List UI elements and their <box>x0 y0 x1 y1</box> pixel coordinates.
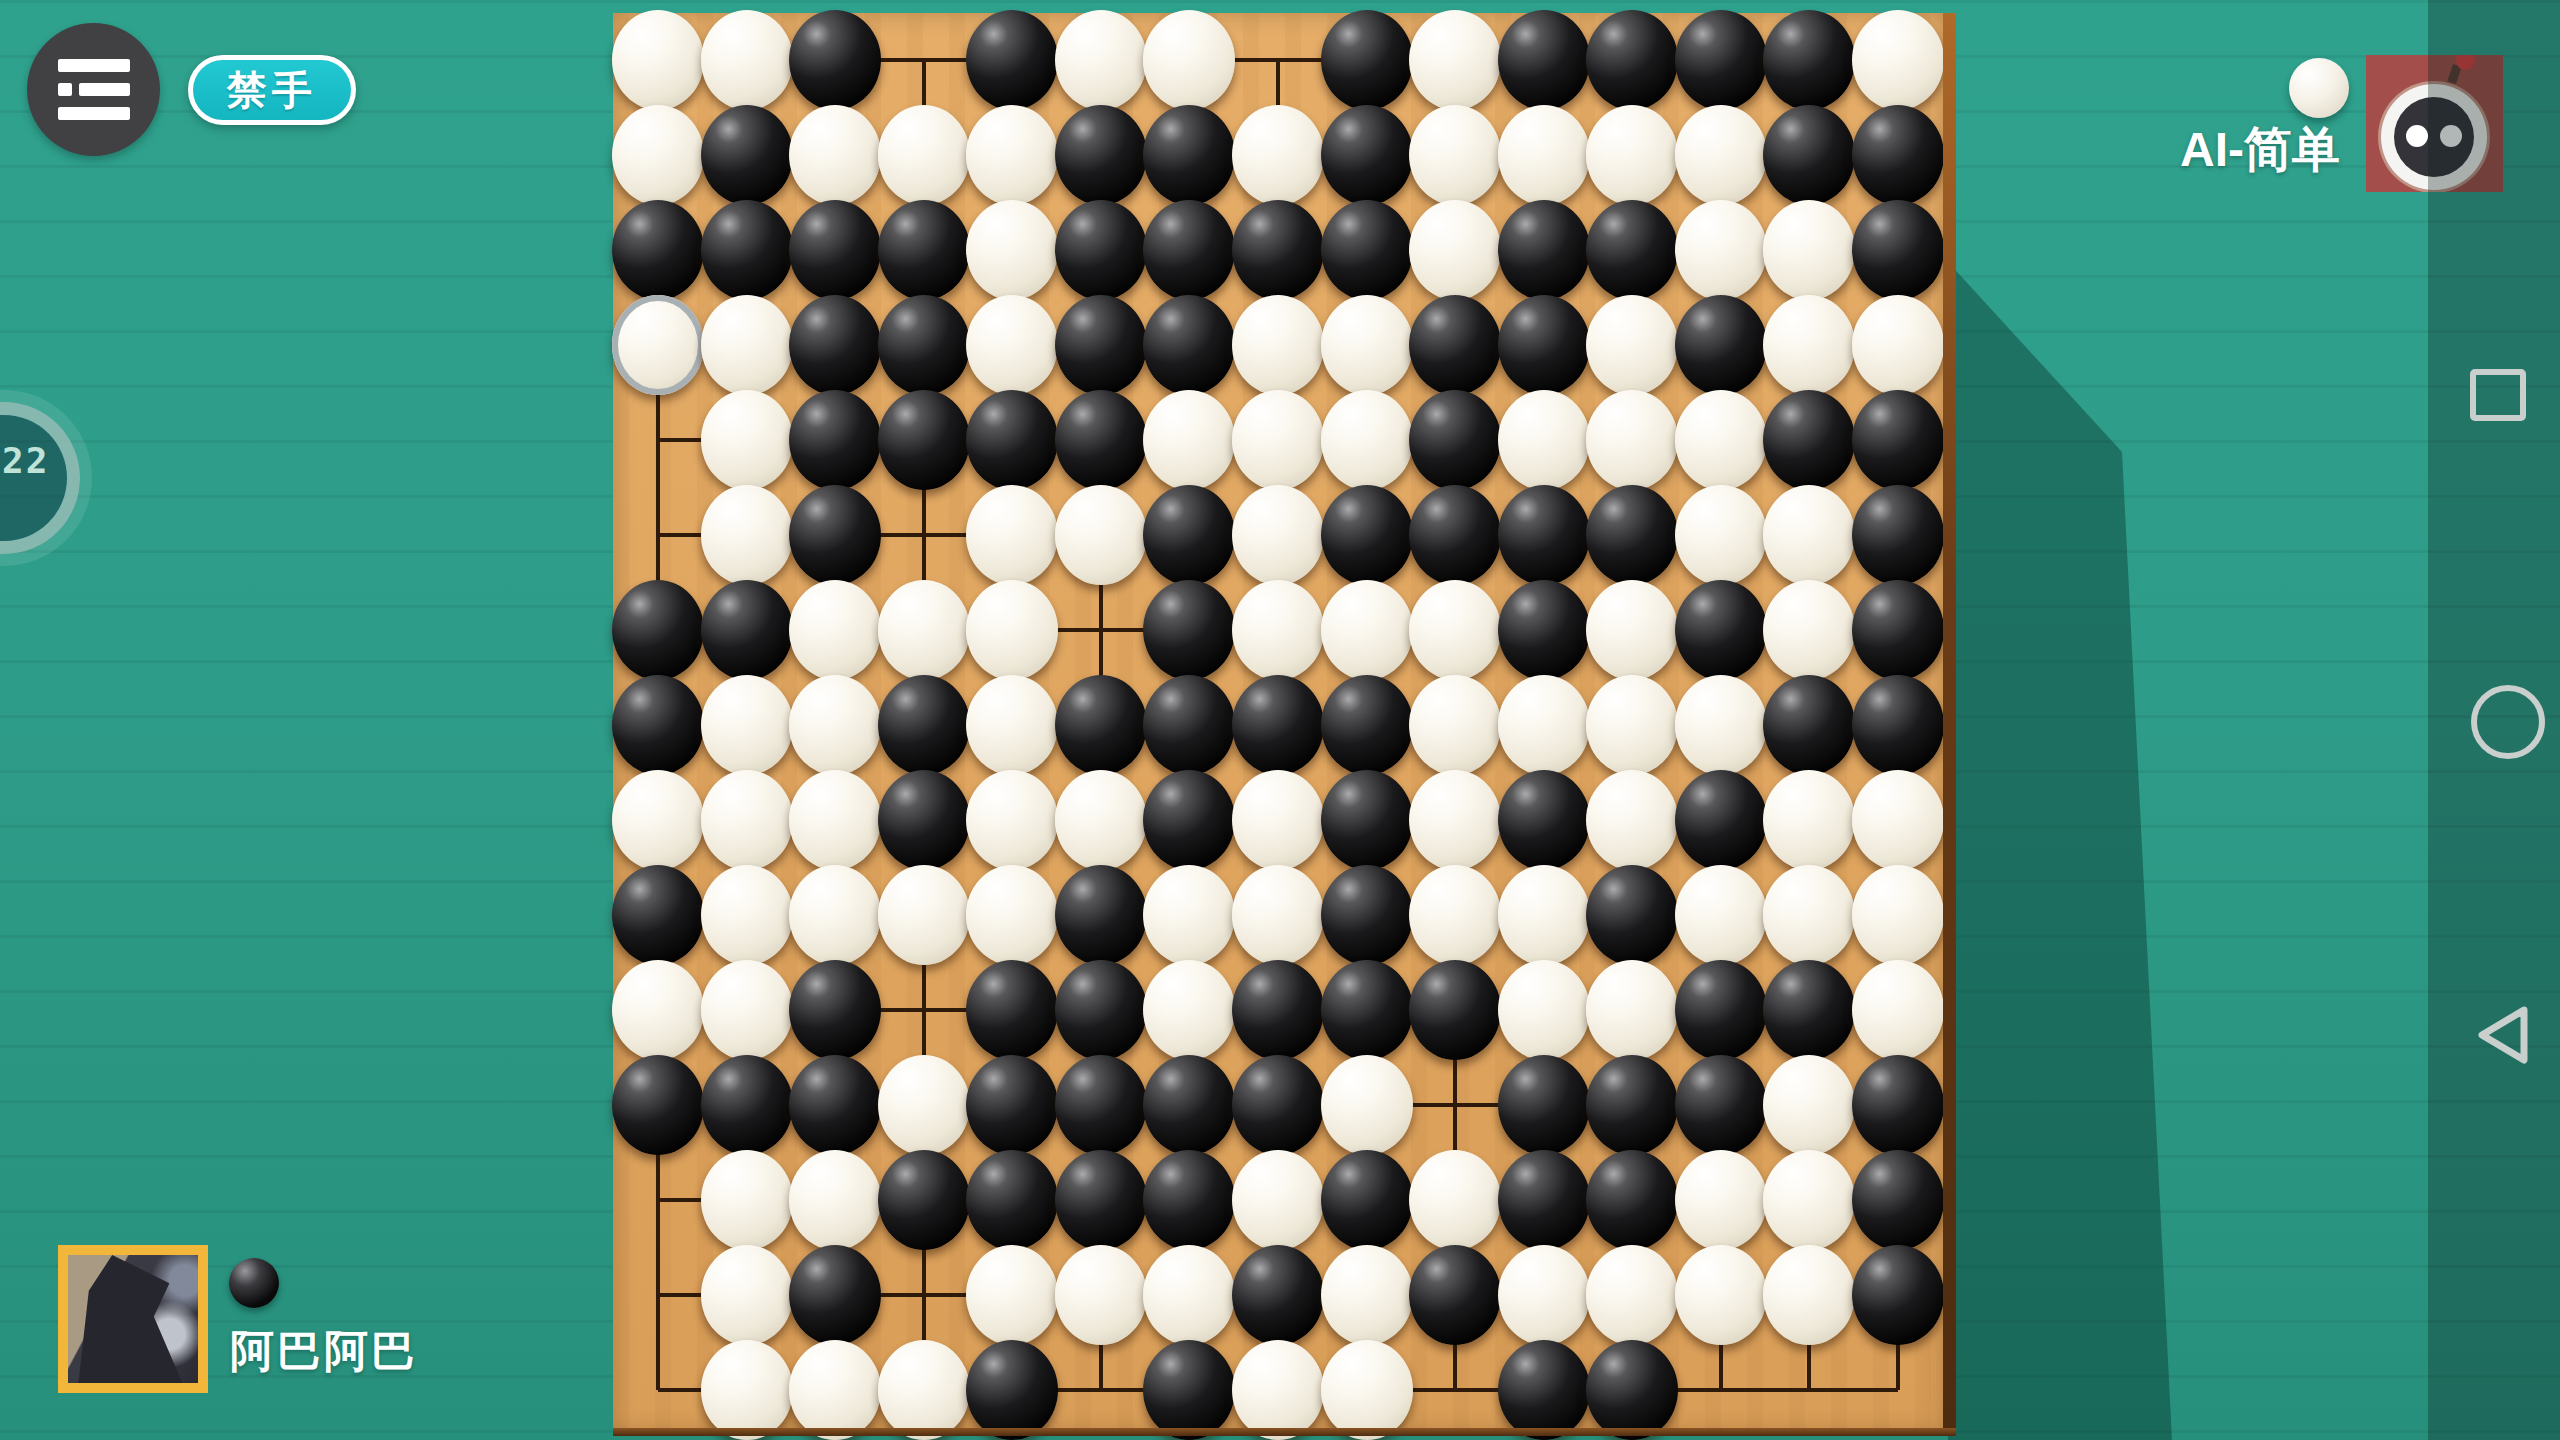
white-stone-r15c4 <box>878 1340 970 1440</box>
white-stone-r12c14 <box>1763 1055 1855 1155</box>
white-stone-r9c1 <box>612 770 704 870</box>
black-stone-r13c11 <box>1498 1150 1590 1250</box>
white-stone-r4c15 <box>1852 295 1944 395</box>
white-stone-r14c13 <box>1675 1245 1767 1345</box>
white-stone-r7c8 <box>1232 580 1324 680</box>
white-stone-r9c10 <box>1409 770 1501 870</box>
forbidden-move-rule-badge[interactable]: 禁手 <box>188 55 356 125</box>
white-stone-r6c8 <box>1232 485 1324 585</box>
black-stone-r5c15 <box>1852 390 1944 490</box>
white-stone-r7c3 <box>789 580 881 680</box>
black-stone-r13c4 <box>878 1150 970 1250</box>
white-stone-r2c8 <box>1232 105 1324 205</box>
white-stone-r12c4 <box>878 1055 970 1155</box>
android-nav-bar <box>2428 0 2560 1440</box>
white-stone-r15c3 <box>789 1340 881 1440</box>
white-stone-r13c8 <box>1232 1150 1324 1250</box>
black-stone-r5c10 <box>1409 390 1501 490</box>
player-stone-color-icon <box>229 1258 279 1308</box>
white-stone-r13c2 <box>701 1150 793 1250</box>
black-stone-r12c15 <box>1852 1055 1944 1155</box>
black-stone-r15c5 <box>966 1340 1058 1440</box>
black-stone-r12c12 <box>1586 1055 1678 1155</box>
white-stone-r1c1 <box>612 10 704 110</box>
white-stone-r7c4 <box>878 580 970 680</box>
white-stone-r1c2 <box>701 10 793 110</box>
white-stone-r8c10 <box>1409 675 1501 775</box>
white-stone-r7c9 <box>1321 580 1413 680</box>
white-stone-r11c11 <box>1498 960 1590 1060</box>
black-stone-r10c9 <box>1321 865 1413 965</box>
black-stone-r12c7 <box>1143 1055 1235 1155</box>
white-stone-r4c12 <box>1586 295 1678 395</box>
white-stone-r14c12 <box>1586 1245 1678 1345</box>
black-stone-r1c12 <box>1586 10 1678 110</box>
white-stone-r4c14 <box>1763 295 1855 395</box>
black-stone-r12c1 <box>612 1055 704 1155</box>
white-stone-r5c7 <box>1143 390 1235 490</box>
white-stone-r2c1 <box>612 105 704 205</box>
white-stone-r10c10 <box>1409 865 1501 965</box>
white-stone-r2c12 <box>1586 105 1678 205</box>
game-screen: 禁手 22 AI-简单 阿巴阿巴 <box>0 0 2560 1440</box>
black-stone-r5c5 <box>966 390 1058 490</box>
home-circle-icon[interactable] <box>2471 685 2545 759</box>
black-stone-r10c12 <box>1586 865 1678 965</box>
white-stone-r12c9 <box>1321 1055 1413 1155</box>
black-stone-r14c15 <box>1852 1245 1944 1345</box>
black-stone-r12c5 <box>966 1055 1058 1155</box>
board-side-edge <box>1943 13 1956 1432</box>
back-triangle-icon[interactable] <box>2468 1003 2538 1071</box>
black-stone-r5c4 <box>878 390 970 490</box>
white-stone-r10c8 <box>1232 865 1324 965</box>
black-stone-r12c2 <box>701 1055 793 1155</box>
white-stone-r8c13 <box>1675 675 1767 775</box>
white-stone-r2c11 <box>1498 105 1590 205</box>
white-stone-r5c13 <box>1675 390 1767 490</box>
black-stone-r3c12 <box>1586 200 1678 300</box>
black-stone-r6c11 <box>1498 485 1590 585</box>
white-stone-r15c2 <box>701 1340 793 1440</box>
white-stone-r3c5 <box>966 200 1058 300</box>
black-stone-r13c7 <box>1143 1150 1235 1250</box>
black-stone-r9c7 <box>1143 770 1235 870</box>
black-stone-r3c2 <box>701 200 793 300</box>
black-stone-r11c14 <box>1763 960 1855 1060</box>
black-stone-r3c3 <box>789 200 881 300</box>
white-stone-r9c6 <box>1055 770 1147 870</box>
white-stone-r10c13 <box>1675 865 1767 965</box>
white-stone-r9c12 <box>1586 770 1678 870</box>
black-stone-r3c4 <box>878 200 970 300</box>
black-stone-r6c15 <box>1852 485 1944 585</box>
black-stone-r4c13 <box>1675 295 1767 395</box>
white-stone-r14c2 <box>701 1245 793 1345</box>
black-stone-r13c6 <box>1055 1150 1147 1250</box>
white-stone-r3c13 <box>1675 200 1767 300</box>
black-stone-r4c6 <box>1055 295 1147 395</box>
black-stone-r5c14 <box>1763 390 1855 490</box>
black-stone-r15c7 <box>1143 1340 1235 1440</box>
black-stone-r6c9 <box>1321 485 1413 585</box>
white-stone-r3c10 <box>1409 200 1501 300</box>
white-stone-r4c1 <box>612 295 704 395</box>
white-stone-r11c1 <box>612 960 704 1060</box>
timer-value: 22 <box>2 440 46 481</box>
black-stone-r4c11 <box>1498 295 1590 395</box>
black-stone-r6c12 <box>1586 485 1678 585</box>
white-stone-r10c11 <box>1498 865 1590 965</box>
white-stone-r9c15 <box>1852 770 1944 870</box>
black-stone-r13c5 <box>966 1150 1058 1250</box>
white-stone-r7c14 <box>1763 580 1855 680</box>
black-stone-r6c7 <box>1143 485 1235 585</box>
black-stone-r7c13 <box>1675 580 1767 680</box>
black-stone-r8c4 <box>878 675 970 775</box>
white-stone-r14c14 <box>1763 1245 1855 1345</box>
black-stone-r14c8 <box>1232 1245 1324 1345</box>
black-stone-r7c15 <box>1852 580 1944 680</box>
white-stone-r15c9 <box>1321 1340 1413 1440</box>
black-stone-r9c13 <box>1675 770 1767 870</box>
black-stone-r13c9 <box>1321 1150 1413 1250</box>
black-stone-r2c6 <box>1055 105 1147 205</box>
black-stone-r1c3 <box>789 10 881 110</box>
player-avatar[interactable] <box>58 1245 208 1393</box>
white-stone-r9c2 <box>701 770 793 870</box>
black-stone-r8c1 <box>612 675 704 775</box>
black-stone-r7c2 <box>701 580 793 680</box>
white-stone-r6c5 <box>966 485 1058 585</box>
white-stone-r2c5 <box>966 105 1058 205</box>
rule-badge-label: 禁手 <box>227 63 317 118</box>
black-stone-r3c8 <box>1232 200 1324 300</box>
black-stone-r4c10 <box>1409 295 1501 395</box>
black-stone-r10c1 <box>612 865 704 965</box>
black-stone-r11c13 <box>1675 960 1767 1060</box>
black-stone-r14c3 <box>789 1245 881 1345</box>
black-stone-r12c8 <box>1232 1055 1324 1155</box>
white-stone-r14c6 <box>1055 1245 1147 1345</box>
black-stone-r3c11 <box>1498 200 1590 300</box>
white-stone-r13c10 <box>1409 1150 1501 1250</box>
white-stone-r10c2 <box>701 865 793 965</box>
white-stone-r1c7 <box>1143 10 1235 110</box>
black-stone-r11c10 <box>1409 960 1501 1060</box>
hamburger-menu-icon <box>58 59 130 121</box>
black-stone-r15c11 <box>1498 1340 1590 1440</box>
white-stone-r8c11 <box>1498 675 1590 775</box>
white-stone-r13c13 <box>1675 1150 1767 1250</box>
white-stone-r11c2 <box>701 960 793 1060</box>
white-stone-r5c11 <box>1498 390 1590 490</box>
white-stone-r14c5 <box>966 1245 1058 1345</box>
white-stone-r11c7 <box>1143 960 1235 1060</box>
black-stone-r1c11 <box>1498 10 1590 110</box>
white-stone-r8c5 <box>966 675 1058 775</box>
white-stone-r11c15 <box>1852 960 1944 1060</box>
white-stone-r9c14 <box>1763 770 1855 870</box>
black-stone-r11c8 <box>1232 960 1324 1060</box>
opponent-stone-color-icon <box>2289 58 2349 118</box>
black-stone-r9c4 <box>878 770 970 870</box>
black-stone-r4c7 <box>1143 295 1235 395</box>
black-stone-r2c2 <box>701 105 793 205</box>
black-stone-r11c3 <box>789 960 881 1060</box>
white-stone-r15c8 <box>1232 1340 1324 1440</box>
black-stone-r9c11 <box>1498 770 1590 870</box>
black-stone-r2c15 <box>1852 105 1944 205</box>
recents-square-icon[interactable] <box>2470 369 2526 421</box>
black-stone-r13c12 <box>1586 1150 1678 1250</box>
white-stone-r14c7 <box>1143 1245 1235 1345</box>
white-stone-r13c14 <box>1763 1150 1855 1250</box>
white-stone-r6c14 <box>1763 485 1855 585</box>
black-stone-r8c7 <box>1143 675 1235 775</box>
white-stone-r2c4 <box>878 105 970 205</box>
white-stone-r4c8 <box>1232 295 1324 395</box>
black-stone-r8c8 <box>1232 675 1324 775</box>
white-stone-r14c11 <box>1498 1245 1590 1345</box>
black-stone-r5c3 <box>789 390 881 490</box>
black-stone-r15c12 <box>1586 1340 1678 1440</box>
black-stone-r8c6 <box>1055 675 1147 775</box>
black-stone-r7c1 <box>612 580 704 680</box>
black-stone-r6c3 <box>789 485 881 585</box>
white-stone-r1c15 <box>1852 10 1944 110</box>
black-stone-r12c13 <box>1675 1055 1767 1155</box>
black-stone-r7c11 <box>1498 580 1590 680</box>
white-stone-r6c13 <box>1675 485 1767 585</box>
black-stone-r2c7 <box>1143 105 1235 205</box>
black-stone-r3c9 <box>1321 200 1413 300</box>
black-stone-r3c15 <box>1852 200 1944 300</box>
white-stone-r10c15 <box>1852 865 1944 965</box>
black-stone-r12c6 <box>1055 1055 1147 1155</box>
black-stone-r8c15 <box>1852 675 1944 775</box>
white-stone-r14c9 <box>1321 1245 1413 1345</box>
black-stone-r1c14 <box>1763 10 1855 110</box>
white-stone-r10c7 <box>1143 865 1235 965</box>
white-stone-r1c6 <box>1055 10 1147 110</box>
white-stone-r9c5 <box>966 770 1058 870</box>
black-stone-r10c6 <box>1055 865 1147 965</box>
opponent-name: AI-简单 <box>2080 118 2340 182</box>
white-stone-r8c2 <box>701 675 793 775</box>
white-stone-r10c14 <box>1763 865 1855 965</box>
white-stone-r2c10 <box>1409 105 1501 205</box>
black-stone-r3c6 <box>1055 200 1147 300</box>
white-stone-r9c3 <box>789 770 881 870</box>
black-stone-r1c5 <box>966 10 1058 110</box>
white-stone-r9c8 <box>1232 770 1324 870</box>
white-stone-r7c12 <box>1586 580 1678 680</box>
black-stone-r2c9 <box>1321 105 1413 205</box>
white-stone-r10c5 <box>966 865 1058 965</box>
black-stone-r4c3 <box>789 295 881 395</box>
white-stone-r4c2 <box>701 295 793 395</box>
menu-button[interactable] <box>27 23 160 156</box>
black-stone-r11c5 <box>966 960 1058 1060</box>
white-stone-r5c8 <box>1232 390 1324 490</box>
white-stone-r4c9 <box>1321 295 1413 395</box>
black-stone-r11c9 <box>1321 960 1413 1060</box>
black-stone-r3c7 <box>1143 200 1235 300</box>
white-stone-r6c2 <box>701 485 793 585</box>
white-stone-r13c3 <box>789 1150 881 1250</box>
black-stone-r14c10 <box>1409 1245 1501 1345</box>
white-stone-r7c10 <box>1409 580 1501 680</box>
black-stone-r12c11 <box>1498 1055 1590 1155</box>
black-stone-r8c9 <box>1321 675 1413 775</box>
white-stone-r8c12 <box>1586 675 1678 775</box>
white-stone-r1c10 <box>1409 10 1501 110</box>
black-stone-r1c13 <box>1675 10 1767 110</box>
black-stone-r11c6 <box>1055 960 1147 1060</box>
white-stone-r11c12 <box>1586 960 1678 1060</box>
black-stone-r5c6 <box>1055 390 1147 490</box>
black-stone-r13c15 <box>1852 1150 1944 1250</box>
white-stone-r4c5 <box>966 295 1058 395</box>
black-stone-r4c4 <box>878 295 970 395</box>
board-bottom-edge <box>613 1428 1956 1436</box>
black-stone-r8c14 <box>1763 675 1855 775</box>
white-stone-r5c12 <box>1586 390 1678 490</box>
player-name: 阿巴阿巴 <box>230 1322 418 1381</box>
white-stone-r2c13 <box>1675 105 1767 205</box>
white-stone-r7c5 <box>966 580 1058 680</box>
black-stone-r2c14 <box>1763 105 1855 205</box>
black-stone-r9c9 <box>1321 770 1413 870</box>
white-stone-r3c14 <box>1763 200 1855 300</box>
black-stone-r6c10 <box>1409 485 1501 585</box>
white-stone-r10c4 <box>878 865 970 965</box>
black-stone-r12c3 <box>789 1055 881 1155</box>
white-stone-r8c3 <box>789 675 881 775</box>
black-stone-r1c9 <box>1321 10 1413 110</box>
black-stone-r7c7 <box>1143 580 1235 680</box>
white-stone-r10c3 <box>789 865 881 965</box>
white-stone-r5c9 <box>1321 390 1413 490</box>
white-stone-r6c6 <box>1055 485 1147 585</box>
white-stone-r2c3 <box>789 105 881 205</box>
white-stone-r5c2 <box>701 390 793 490</box>
black-stone-r3c1 <box>612 200 704 300</box>
board[interactable] <box>613 13 1943 1432</box>
